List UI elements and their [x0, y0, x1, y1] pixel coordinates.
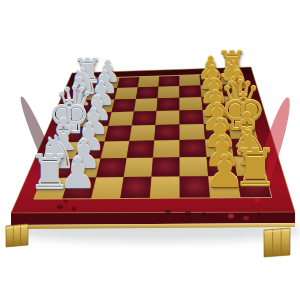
- piece-black-rook-h8[interactable]: ♜: [232, 143, 278, 195]
- chess-set-photo: ♜♟♟♜♞♟♟♞♝♟♟♝♛♟♟♛♚♟♟♚♝♟♟♝♞♟♟♞♜♟♟♜: [0, 0, 300, 300]
- piece-white-pawn-h2[interactable]: ♟: [59, 154, 97, 196]
- pieces-layer: ♜♟♟♜♞♟♟♞♝♟♟♝♛♟♟♛♚♟♟♚♝♟♟♝♞♟♟♞♜♟♟♜: [0, 0, 300, 300]
